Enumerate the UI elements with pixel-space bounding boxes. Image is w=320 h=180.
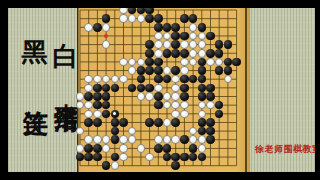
white-stone [171,135,180,144]
black-stone [180,153,189,162]
white-player-label: 白 [53,22,79,24]
white-stone [198,40,207,49]
white-stone [171,92,180,101]
go-board [77,8,250,172]
white-stone [137,144,146,153]
black-stone [145,66,154,75]
white-stone [154,40,163,49]
white-stone [119,135,128,144]
black-stone [154,144,163,153]
black-stone [171,161,180,170]
black-stone [180,49,189,58]
white-stone [119,58,128,67]
white-player-name: 李维清 [54,84,79,87]
black-stone [215,49,224,58]
white-stone [154,135,163,144]
white-stone [154,32,163,41]
black-stone [102,92,111,101]
black-stone [171,32,180,41]
black-stone [206,49,215,58]
white-stone [145,92,154,101]
white-stone [198,144,207,153]
black-stone [206,32,215,41]
white-stone [102,23,111,32]
black-stone [189,144,198,153]
white-stone [84,135,93,144]
black-stone [84,92,93,101]
white-stone [119,14,128,23]
black-stone [111,135,120,144]
black-stone [93,144,102,153]
white-stone [93,135,102,144]
white-stone [163,118,172,127]
white-stone [154,84,163,93]
black-stone [224,40,233,49]
white-stone [119,153,128,162]
black-stone [93,92,102,101]
black-stone [198,92,207,101]
white-stone [84,23,93,32]
white-stone [163,92,172,101]
black-stone [111,118,120,127]
black-stone [198,23,207,32]
white-stone [189,23,198,32]
black-stone [111,84,120,93]
black-stone [145,14,154,23]
black-stone [180,32,189,41]
black-stone [84,144,93,153]
white-stone [163,66,172,75]
red-dot-marker [104,34,108,38]
black-stone [145,118,154,127]
white-stone [163,40,172,49]
black-stone [119,118,128,127]
black-stone [224,66,233,75]
black-stone [84,118,93,127]
black-stone [171,118,180,127]
black-stone [93,153,102,162]
black-stone [163,49,172,58]
page: { "game": "go", "board_size": 19, "playe… [0,0,320,180]
black-stone [206,135,215,144]
white-stone [154,49,163,58]
black-player-name: 连笑 [23,90,48,92]
black-stone [93,23,102,32]
black-stone [198,118,207,127]
white-stone [76,144,85,153]
black-stone [206,127,215,136]
black-stone [180,135,189,144]
black-stone [154,92,163,101]
white-stone [180,40,189,49]
white-stone [102,144,111,153]
black-stone [145,49,154,58]
white-stone [189,49,198,58]
white-stone [171,110,180,119]
black-stone [198,66,207,75]
white-stone [180,110,189,119]
white-stone [137,92,146,101]
black-stone [171,66,180,75]
black-stone [154,14,163,23]
black-stone [154,58,163,67]
white-stone [84,84,93,93]
black-stone [154,118,163,127]
white-stone [84,110,93,119]
white-stone [206,58,215,67]
black-stone [206,84,215,93]
black-stone [145,40,154,49]
white-stone [93,75,102,84]
black-stone [154,101,163,110]
white-stone [111,161,120,170]
black-stone [137,66,146,75]
black-stone [154,23,163,32]
black-stone [171,40,180,49]
white-stone [180,58,189,67]
black-stone [180,92,189,101]
black-stone [93,118,102,127]
black-player-label: 黑 [22,20,48,22]
black-stone [93,84,102,93]
black-stone [171,49,180,58]
black-stone [180,84,189,93]
white-stone [76,92,85,101]
white-stone [198,49,207,58]
black-stone [93,101,102,110]
black-stone [163,144,172,153]
white-stone [119,144,128,153]
black-stone [163,23,172,32]
black-stone [145,84,154,93]
white-stone [198,135,207,144]
black-stone [171,23,180,32]
black-stone [198,84,207,93]
video-frame: 黑 连笑 白 李维清 徐老师围棋教室 [8,8,315,172]
black-stone [154,66,163,75]
black-stone [206,92,215,101]
watermark-text: 徐老师围棋教室 [255,143,315,156]
white-stone [137,14,146,23]
black-stone [145,58,154,67]
black-stone [180,75,189,84]
white-stone [93,110,102,119]
white-stone [198,110,207,119]
black-stone [154,75,163,84]
black-stone [180,14,189,23]
black-stone [206,118,215,127]
white-stone [171,84,180,93]
white-stone [180,101,189,110]
black-stone [232,58,241,67]
white-stone [180,66,189,75]
